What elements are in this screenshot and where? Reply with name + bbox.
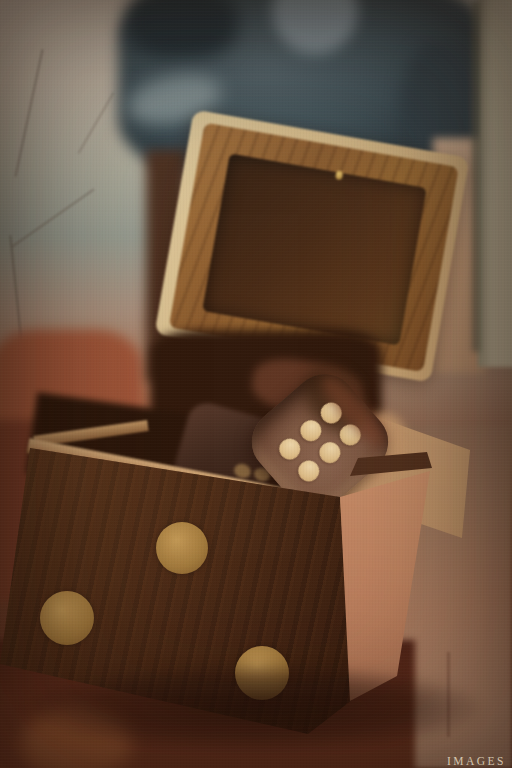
watermark: stevewhite IMAGES: [447, 763, 508, 766]
watermark-name: stevewhite: [447, 763, 512, 768]
photograph: stevewhite IMAGES: [0, 0, 512, 768]
watermark-first: steve: [447, 758, 512, 768]
film-grain-overlay: [0, 0, 512, 768]
